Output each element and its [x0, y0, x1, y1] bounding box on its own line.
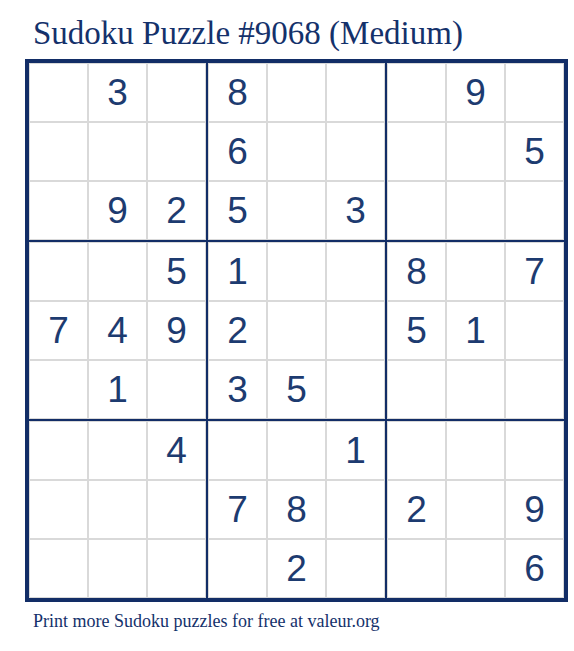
cell-r6c2[interactable]: 1	[88, 360, 147, 419]
cell-r1c9[interactable]	[505, 63, 564, 122]
cell-r5c2[interactable]: 4	[88, 301, 147, 360]
box-5: 1235	[207, 241, 386, 420]
cell-r2c6[interactable]	[326, 122, 385, 181]
cell-r9c4[interactable]	[208, 539, 267, 598]
cell-r3c2[interactable]: 9	[88, 181, 147, 240]
cell-r8c5[interactable]: 8	[267, 480, 326, 539]
box-1: 392	[28, 62, 207, 241]
box-3: 95	[386, 62, 565, 241]
cell-r3c5[interactable]	[267, 181, 326, 240]
cell-r7c3[interactable]: 4	[147, 421, 206, 480]
cell-r7c2[interactable]	[88, 421, 147, 480]
cell-r5c8[interactable]: 1	[446, 301, 505, 360]
cell-r8c1[interactable]	[29, 480, 88, 539]
cell-r6c4[interactable]: 3	[208, 360, 267, 419]
cell-r4c1[interactable]	[29, 242, 88, 301]
cell-r2c9[interactable]: 5	[505, 122, 564, 181]
cell-r3c7[interactable]	[387, 181, 446, 240]
cell-r1c4[interactable]: 8	[208, 63, 267, 122]
cell-r7c1[interactable]	[29, 421, 88, 480]
cell-r9c9[interactable]: 6	[505, 539, 564, 598]
cell-r4c3[interactable]: 5	[147, 242, 206, 301]
cell-r7c4[interactable]	[208, 421, 267, 480]
cell-r1c6[interactable]	[326, 63, 385, 122]
cell-r9c8[interactable]	[446, 539, 505, 598]
cell-r7c7[interactable]	[387, 421, 446, 480]
cell-r4c2[interactable]	[88, 242, 147, 301]
cell-r9c1[interactable]	[29, 539, 88, 598]
cell-r5c9[interactable]	[505, 301, 564, 360]
puzzle-title: Sudoku Puzzle #9068 (Medium)	[33, 15, 463, 52]
cell-r3c4[interactable]: 5	[208, 181, 267, 240]
cell-r2c4[interactable]: 6	[208, 122, 267, 181]
cell-r8c6[interactable]	[326, 480, 385, 539]
cell-r1c2[interactable]: 3	[88, 63, 147, 122]
cell-r6c8[interactable]	[446, 360, 505, 419]
cell-r6c6[interactable]	[326, 360, 385, 419]
cell-r3c3[interactable]: 2	[147, 181, 206, 240]
cell-r8c8[interactable]	[446, 480, 505, 539]
cell-r3c1[interactable]	[29, 181, 88, 240]
cell-r6c1[interactable]	[29, 360, 88, 419]
cell-r5c3[interactable]: 9	[147, 301, 206, 360]
cell-r5c1[interactable]: 7	[29, 301, 88, 360]
cell-r3c6[interactable]: 3	[326, 181, 385, 240]
cell-r6c9[interactable]	[505, 360, 564, 419]
box-2: 8653	[207, 62, 386, 241]
cell-r7c9[interactable]	[505, 421, 564, 480]
cell-r7c8[interactable]	[446, 421, 505, 480]
sudoku-board: 392865395574911235875141782296	[25, 59, 568, 602]
cell-r3c9[interactable]	[505, 181, 564, 240]
cell-r1c5[interactable]	[267, 63, 326, 122]
cell-r2c2[interactable]	[88, 122, 147, 181]
cell-r7c5[interactable]	[267, 421, 326, 480]
cell-r4c5[interactable]	[267, 242, 326, 301]
cell-r2c8[interactable]	[446, 122, 505, 181]
cell-r8c4[interactable]: 7	[208, 480, 267, 539]
cell-r5c5[interactable]	[267, 301, 326, 360]
cell-r2c3[interactable]	[147, 122, 206, 181]
cell-r4c8[interactable]	[446, 242, 505, 301]
cell-r1c1[interactable]	[29, 63, 88, 122]
cell-r8c3[interactable]	[147, 480, 206, 539]
cell-r6c3[interactable]	[147, 360, 206, 419]
cell-r2c7[interactable]	[387, 122, 446, 181]
cell-r5c6[interactable]	[326, 301, 385, 360]
cell-r4c9[interactable]: 7	[505, 242, 564, 301]
cell-r4c7[interactable]: 8	[387, 242, 446, 301]
box-9: 296	[386, 420, 565, 599]
cell-r1c3[interactable]	[147, 63, 206, 122]
box-7: 4	[28, 420, 207, 599]
cell-r9c2[interactable]	[88, 539, 147, 598]
box-6: 8751	[386, 241, 565, 420]
cell-r9c5[interactable]: 2	[267, 539, 326, 598]
cell-r8c9[interactable]: 9	[505, 480, 564, 539]
cell-r1c8[interactable]: 9	[446, 63, 505, 122]
cell-r7c6[interactable]: 1	[326, 421, 385, 480]
cell-r9c6[interactable]	[326, 539, 385, 598]
cell-r5c7[interactable]: 5	[387, 301, 446, 360]
cell-r2c1[interactable]	[29, 122, 88, 181]
cell-r3c8[interactable]	[446, 181, 505, 240]
cell-r6c5[interactable]: 5	[267, 360, 326, 419]
cell-r1c7[interactable]	[387, 63, 446, 122]
cell-r6c7[interactable]	[387, 360, 446, 419]
cell-r4c6[interactable]	[326, 242, 385, 301]
cell-r9c3[interactable]	[147, 539, 206, 598]
cell-r8c7[interactable]: 2	[387, 480, 446, 539]
footer-credit: Print more Sudoku puzzles for free at va…	[33, 611, 380, 632]
cell-r5c4[interactable]: 2	[208, 301, 267, 360]
box-4: 57491	[28, 241, 207, 420]
cell-r9c7[interactable]	[387, 539, 446, 598]
cell-r4c4[interactable]: 1	[208, 242, 267, 301]
cell-r2c5[interactable]	[267, 122, 326, 181]
cell-r8c2[interactable]	[88, 480, 147, 539]
box-8: 1782	[207, 420, 386, 599]
